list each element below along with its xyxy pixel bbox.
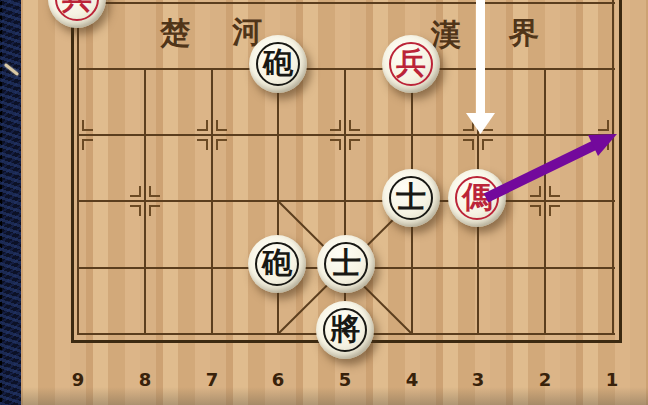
river-char-han: 漢 (431, 20, 461, 50)
piece-black-advisor-file4[interactable]: 士 (382, 169, 440, 227)
piece-black-cannon-file6-rank2[interactable]: 砲 (248, 235, 306, 293)
piece-red-horse-file3[interactable]: 傌 (448, 169, 506, 227)
river-char-jie: 界 (509, 18, 539, 48)
marker-file7-rank4 (192, 115, 232, 155)
band-scratch-mark (4, 63, 19, 76)
rank5-line (78, 68, 615, 70)
white-arrow (466, 0, 495, 134)
file-label-1: 1 (597, 369, 627, 390)
piece-black-cannon-file6[interactable]: 砲 (249, 35, 307, 93)
board-right-border (619, 0, 622, 343)
piece-red-soldier-file9[interactable]: 兵 (48, 0, 106, 28)
rank6-line (78, 2, 615, 4)
file-label-9: 9 (63, 369, 93, 390)
piece-black-advisor-file5[interactable]: 士 (317, 235, 375, 293)
piece-red-soldier-file4[interactable]: 兵 (382, 35, 440, 93)
piece-black-general-file5[interactable]: 將 (316, 301, 374, 359)
marker-file8-rank3 (125, 181, 165, 221)
file-label-4: 4 (397, 369, 427, 390)
file-label-7: 7 (197, 369, 227, 390)
file-label-6: 6 (263, 369, 293, 390)
file7-line (211, 68, 213, 335)
file1-line (612, 0, 614, 335)
file-label-5: 5 (330, 369, 360, 390)
file-label-8: 8 (130, 369, 160, 390)
marker-file5-rank4 (325, 115, 365, 155)
marker-file9-rank4 (58, 115, 98, 155)
marker-file3-rank4 (458, 115, 498, 155)
file6-line (277, 68, 279, 335)
marker-file2-rank3 (525, 181, 565, 221)
file9-line (77, 0, 79, 335)
marker-file1-rank4 (593, 115, 633, 155)
xiangqi-board-screen: 楚 河 漢 界 兵 砲 兵 士 傌 砲 士 將 9 8 7 6 5 4 3 2 … (0, 0, 648, 405)
file-label-2: 2 (530, 369, 560, 390)
board-left-border (71, 0, 74, 343)
left-background-band (0, 0, 21, 405)
river-char-chu: 楚 (160, 18, 190, 48)
file-label-3: 3 (463, 369, 493, 390)
file5-line (344, 68, 346, 335)
